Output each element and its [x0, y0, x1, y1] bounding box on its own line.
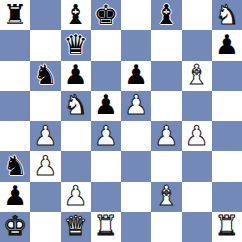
piece-white-pawn[interactable]: ♟	[124, 91, 148, 118]
square-h7[interactable]: ♟	[212, 30, 242, 60]
piece-white-king[interactable]: ♚	[3, 212, 27, 239]
piece-black-pawn[interactable]: ♟	[215, 31, 239, 58]
square-f4[interactable]: ♟	[151, 121, 181, 151]
square-h1[interactable]: ♜	[212, 212, 242, 242]
square-a1[interactable]: ♚	[0, 212, 30, 242]
square-a3[interactable]: ♞	[0, 151, 30, 181]
square-d3[interactable]	[91, 151, 121, 181]
square-e4[interactable]	[121, 121, 151, 151]
square-g1[interactable]	[182, 212, 212, 242]
square-b5[interactable]	[30, 91, 60, 121]
square-a8[interactable]: ♜	[0, 0, 30, 30]
square-d7[interactable]	[91, 30, 121, 60]
piece-white-bishop[interactable]: ♝	[154, 182, 178, 209]
square-g2[interactable]	[182, 182, 212, 212]
piece-black-queen[interactable]: ♛	[64, 31, 88, 58]
square-g8[interactable]	[182, 0, 212, 30]
piece-white-bishop[interactable]: ♝	[185, 61, 209, 88]
square-e5[interactable]: ♟	[121, 91, 151, 121]
chess-board: ♜♝♚♝♞♛♟♞♟♟♝♞♟♟♟♟♟♟♞♟♟♟♝♚♛♜♜	[0, 0, 242, 242]
square-h6[interactable]	[212, 61, 242, 91]
square-a7[interactable]	[0, 30, 30, 60]
square-f2[interactable]: ♝	[151, 182, 181, 212]
piece-white-knight[interactable]: ♞	[64, 91, 88, 118]
square-d1[interactable]: ♜	[91, 212, 121, 242]
square-g6[interactable]: ♝	[182, 61, 212, 91]
square-a4[interactable]	[0, 121, 30, 151]
square-e7[interactable]	[121, 30, 151, 60]
piece-black-king[interactable]: ♚	[94, 1, 118, 28]
square-c3[interactable]	[61, 151, 91, 181]
square-b1[interactable]	[30, 212, 60, 242]
square-d4[interactable]: ♟	[91, 121, 121, 151]
square-f5[interactable]	[151, 91, 181, 121]
square-b7[interactable]	[30, 30, 60, 60]
square-h8[interactable]: ♞	[212, 0, 242, 30]
piece-white-queen[interactable]: ♛	[64, 212, 88, 239]
square-f1[interactable]	[151, 212, 181, 242]
square-b2[interactable]	[30, 182, 60, 212]
square-c5[interactable]: ♞	[61, 91, 91, 121]
square-e8[interactable]	[121, 0, 151, 30]
square-c1[interactable]: ♛	[61, 212, 91, 242]
square-c4[interactable]	[61, 121, 91, 151]
piece-black-pawn[interactable]: ♟	[3, 182, 27, 209]
square-e6[interactable]: ♟	[121, 61, 151, 91]
piece-black-pawn[interactable]: ♟	[94, 91, 118, 118]
piece-white-knight[interactable]: ♞	[215, 1, 239, 28]
square-h3[interactable]	[212, 151, 242, 181]
piece-black-pawn[interactable]: ♟	[124, 61, 148, 88]
square-a6[interactable]	[0, 61, 30, 91]
piece-white-rook[interactable]: ♜	[215, 212, 239, 239]
square-f6[interactable]	[151, 61, 181, 91]
square-a2[interactable]: ♟	[0, 182, 30, 212]
piece-white-pawn[interactable]: ♟	[185, 122, 209, 149]
square-e3[interactable]	[121, 151, 151, 181]
piece-black-rook[interactable]: ♜	[3, 1, 27, 28]
square-b4[interactable]: ♟	[30, 121, 60, 151]
square-g3[interactable]	[182, 151, 212, 181]
square-g5[interactable]	[182, 91, 212, 121]
piece-black-knight[interactable]: ♞	[33, 61, 57, 88]
piece-white-pawn[interactable]: ♟	[94, 122, 118, 149]
piece-black-pawn[interactable]: ♟	[64, 61, 88, 88]
square-c6[interactable]: ♟	[61, 61, 91, 91]
square-f8[interactable]: ♝	[151, 0, 181, 30]
square-h5[interactable]	[212, 91, 242, 121]
piece-white-rook[interactable]: ♜	[94, 212, 118, 239]
piece-black-bishop[interactable]: ♝	[154, 1, 178, 28]
square-c7[interactable]: ♛	[61, 30, 91, 60]
piece-white-pawn[interactable]: ♟	[33, 152, 57, 179]
square-h4[interactable]	[212, 121, 242, 151]
square-d6[interactable]	[91, 61, 121, 91]
square-d5[interactable]: ♟	[91, 91, 121, 121]
square-h2[interactable]	[212, 182, 242, 212]
square-d8[interactable]: ♚	[91, 0, 121, 30]
square-d2[interactable]	[91, 182, 121, 212]
square-e1[interactable]	[121, 212, 151, 242]
piece-black-knight[interactable]: ♞	[3, 152, 27, 179]
square-g4[interactable]: ♟	[182, 121, 212, 151]
square-g7[interactable]	[182, 30, 212, 60]
square-f7[interactable]	[151, 30, 181, 60]
square-a5[interactable]	[0, 91, 30, 121]
piece-white-pawn[interactable]: ♟	[64, 182, 88, 209]
piece-black-bishop[interactable]: ♝	[64, 1, 88, 28]
square-b3[interactable]: ♟	[30, 151, 60, 181]
square-b6[interactable]: ♞	[30, 61, 60, 91]
square-e2[interactable]	[121, 182, 151, 212]
square-c8[interactable]: ♝	[61, 0, 91, 30]
square-b8[interactable]	[30, 0, 60, 30]
square-f3[interactable]	[151, 151, 181, 181]
piece-white-pawn[interactable]: ♟	[154, 122, 178, 149]
piece-white-pawn[interactable]: ♟	[33, 122, 57, 149]
square-c2[interactable]: ♟	[61, 182, 91, 212]
